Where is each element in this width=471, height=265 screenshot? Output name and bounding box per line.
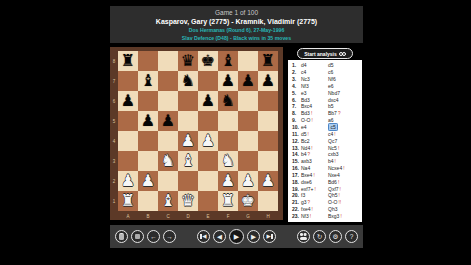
black-rook: ♜	[261, 51, 275, 71]
rotate-icon: ↻	[317, 233, 322, 241]
square-a7[interactable]	[118, 71, 138, 91]
move-white[interactable]: exf7+!	[301, 186, 328, 192]
move-number: 6.	[288, 97, 301, 103]
square-b7[interactable]: ♝	[138, 71, 158, 91]
white-bishop: ♝	[161, 191, 175, 211]
move-black[interactable]: Bxg3!	[328, 213, 362, 219]
black-pawn: ♟	[141, 111, 155, 131]
game-header: Game 1 of 100 Kasparov, Gary (2775) - Kr…	[110, 6, 363, 43]
black-king: ♚	[201, 51, 215, 71]
white-knight: ♞	[161, 151, 175, 171]
move-black[interactable]: dxc4	[328, 97, 362, 103]
square-d4[interactable]: ♟	[178, 131, 198, 151]
move-row-5: 5.e3Nbd7	[288, 89, 362, 96]
file-label-e: E	[198, 212, 218, 220]
white-rook: ♜	[121, 191, 135, 211]
black-knight: ♞	[221, 91, 235, 111]
move-row-21: 21.g3?O-O!!	[288, 199, 362, 206]
square-a2[interactable]: ♟	[118, 171, 138, 191]
square-f5[interactable]	[218, 111, 238, 131]
move-annotation: !	[340, 187, 341, 192]
step-forward-button[interactable]: ▶	[247, 230, 260, 243]
move-row-9: 9.O-O!a6	[288, 117, 362, 124]
square-e1[interactable]	[198, 191, 218, 211]
rank-label-7: 7	[110, 71, 118, 91]
toolbar-right-group: ↻ ⚙ ?	[297, 230, 358, 243]
move-white[interactable]: Nc3	[301, 76, 328, 82]
move-number: 21.	[288, 199, 301, 205]
rank-label-8: 8	[110, 51, 118, 71]
file-label-b: B	[138, 212, 158, 220]
move-row-19: 19.exf7+!Qxf7!	[288, 185, 362, 192]
square-b6[interactable]	[138, 91, 158, 111]
move-annotation: ?	[338, 111, 341, 116]
move-white[interactable]: dxe6	[301, 179, 328, 185]
move-number: 15.	[288, 158, 301, 164]
white-king: ♚	[241, 191, 255, 211]
move-white[interactable]: Nf3	[301, 83, 328, 89]
move-row-18: 18.dxe6Bd6!	[288, 178, 362, 185]
play-icon: ▶	[234, 233, 239, 241]
black-pawn: ♟	[201, 91, 215, 111]
play-button[interactable]: ▶	[229, 229, 244, 244]
move-annotation: ?	[308, 200, 311, 205]
move-white[interactable]: axb3	[301, 158, 328, 164]
move-annotation: !	[313, 173, 314, 178]
square-f6[interactable]: ♞	[218, 91, 238, 111]
move-black[interactable]: O-O!!	[328, 199, 362, 205]
white-knight: ♞	[221, 151, 235, 171]
move-annotation: !	[343, 166, 344, 171]
white-rook: ♜	[221, 191, 235, 211]
move-row-20: 20.f3Qh5!	[288, 192, 362, 199]
square-g8[interactable]	[238, 51, 258, 71]
database-icon	[119, 233, 124, 240]
right-arrow-icon: →	[166, 233, 173, 240]
square-b8[interactable]	[138, 51, 158, 71]
square-f8[interactable]: ♝	[218, 51, 238, 71]
black-bishop: ♝	[221, 51, 235, 71]
move-black[interactable]: b5	[328, 103, 362, 109]
move-annotation: !	[338, 193, 339, 198]
move-row-23: 23.Nf3!Bxg3!	[288, 213, 362, 220]
games-database-button[interactable]	[115, 230, 128, 243]
move-annotation: !	[311, 118, 312, 123]
black-bishop: ♝	[141, 71, 155, 91]
move-number: 17.	[288, 172, 301, 178]
move-annotation: !	[314, 187, 315, 192]
file-label-a: A	[118, 212, 138, 220]
move-white[interactable]: O-O!	[301, 117, 328, 123]
move-annotation: !	[311, 146, 312, 151]
move-white[interactable]: b4?	[301, 151, 328, 157]
board-grid: ♜♛♚♝♜♝♞♟♟♟♟♟♞♟♟♟♟♞♝♞♟♟♟♟♟♜♝♛♜♚	[118, 51, 278, 211]
square-e5[interactable]	[198, 111, 218, 131]
square-d8[interactable]: ♛	[178, 51, 198, 71]
square-b2[interactable]: ♟	[138, 171, 158, 191]
move-annotation: !	[340, 214, 341, 219]
black-rook: ♜	[121, 51, 135, 71]
move-white[interactable]: Nf3!	[301, 213, 328, 219]
move-white[interactable]: d4	[301, 62, 328, 68]
move-annotation: !	[311, 207, 312, 212]
move-row-15: 15.axb3b4!	[288, 158, 362, 165]
move-black[interactable]: Bb7?	[328, 110, 362, 116]
file-label-f: F	[218, 212, 238, 220]
square-b3[interactable]	[138, 151, 158, 171]
skip-to-end-button[interactable]: ▶	[263, 230, 276, 243]
square-h5[interactable]	[258, 111, 278, 131]
move-annotation: !	[308, 132, 309, 137]
rank-label-1: 1	[110, 191, 118, 211]
help-icon: ?	[350, 233, 354, 240]
move-white[interactable]: c4	[301, 69, 328, 75]
move-black[interactable]: Nbd7	[328, 90, 362, 96]
move-annotation: !	[334, 132, 335, 137]
move-white[interactable]: Nd4!	[301, 145, 328, 151]
move-annotation: !	[338, 180, 339, 185]
move-black[interactable]: Qxf7!	[328, 186, 362, 192]
square-g2[interactable]: ♟	[238, 171, 258, 191]
square-e6[interactable]: ♟	[198, 91, 218, 111]
move-white[interactable]: Bxe4!	[301, 172, 328, 178]
file-label-h: H	[258, 212, 278, 220]
square-f7[interactable]: ♟	[218, 71, 238, 91]
move-list[interactable]: 1.d4d52.c4c63.Nc3Nf64.Nf3e65.e3Nbd76.Bd3…	[288, 60, 362, 222]
move-white[interactable]: Bd3!	[301, 110, 328, 116]
square-c3[interactable]: ♞	[158, 151, 178, 171]
square-d6[interactable]	[178, 91, 198, 111]
black-pawn: ♟	[261, 71, 275, 91]
square-b1[interactable]	[138, 191, 158, 211]
square-f3[interactable]: ♞	[218, 151, 238, 171]
square-d3[interactable]: ♝	[178, 151, 198, 171]
move-white[interactable]: Bxc4	[301, 103, 328, 109]
move-black[interactable]: Bd6!	[328, 179, 362, 185]
step-back-icon: ◀	[217, 233, 222, 241]
square-g5[interactable]	[238, 111, 258, 131]
white-pawn: ♟	[241, 171, 255, 191]
move-row-4: 4.Nf3e6	[288, 83, 362, 90]
black-pawn: ♟	[121, 91, 135, 111]
move-black[interactable]: c6	[328, 69, 362, 75]
stop-icon	[135, 234, 141, 240]
square-c4[interactable]	[158, 131, 178, 151]
rank-label-4: 4	[110, 131, 118, 151]
move-black[interactable]: Nxe4	[328, 172, 362, 178]
move-number: 23.	[288, 213, 301, 219]
opening-result-line: Slav Defence (D48) - Black wins in 35 mo…	[110, 33, 363, 41]
skip-to-start-button[interactable]: ◀	[197, 230, 210, 243]
rank-label-3: 3	[110, 151, 118, 171]
move-annotation: !	[335, 159, 336, 164]
square-g3[interactable]	[238, 151, 258, 171]
move-number: 18.	[288, 179, 301, 185]
white-pawn: ♟	[141, 171, 155, 191]
square-c7[interactable]	[158, 71, 178, 91]
square-c6[interactable]	[158, 91, 178, 111]
square-a6[interactable]: ♟	[118, 91, 138, 111]
move-white[interactable]: fxe4!	[301, 206, 328, 212]
move-white[interactable]: e3	[301, 90, 328, 96]
square-g7[interactable]: ♟	[238, 71, 258, 91]
move-row-2: 2.c4c6	[288, 69, 362, 76]
move-white[interactable]: d5!	[301, 131, 328, 137]
help-button[interactable]: ?	[345, 230, 358, 243]
square-h6[interactable]	[258, 91, 278, 111]
stop-button[interactable]	[131, 230, 144, 243]
move-white[interactable]: Na4	[301, 165, 328, 171]
square-c5[interactable]: ♟	[158, 111, 178, 131]
toolbar-media-group: ◀ ◀ ▶ ▶ ▶	[197, 229, 276, 244]
rank-label-5: 5	[110, 111, 118, 131]
move-number: 14.	[288, 151, 301, 157]
move-number: 5.	[288, 90, 301, 96]
step-back-button[interactable]: ◀	[213, 230, 226, 243]
engine-icon	[339, 51, 346, 57]
move-black[interactable]: Nf6	[328, 76, 362, 82]
move-row-6: 6.Bd3dxc4	[288, 96, 362, 103]
left-arrow-icon: ←	[150, 233, 157, 240]
skip-end-icon: ▶	[266, 234, 272, 239]
file-label-d: D	[178, 212, 198, 220]
black-pawn: ♟	[221, 71, 235, 91]
square-a1[interactable]: ♜	[118, 191, 138, 211]
move-white[interactable]: Bc2	[301, 138, 328, 144]
players-title: Kasparov, Gary (2775) - Kramnik, Vladimi…	[110, 16, 363, 25]
square-d7[interactable]: ♞	[178, 71, 198, 91]
square-b5[interactable]: ♟	[138, 111, 158, 131]
square-h4[interactable]	[258, 131, 278, 151]
square-e4[interactable]: ♟	[198, 131, 218, 151]
white-pawn: ♟	[121, 171, 135, 191]
move-black[interactable]: e6	[328, 83, 362, 89]
move-row-16: 16.Na4Ncxe4!	[288, 165, 362, 172]
square-a8[interactable]: ♜	[118, 51, 138, 71]
gear-icon: ⚙	[333, 233, 339, 241]
square-h2[interactable]: ♟	[258, 171, 278, 191]
settings-button[interactable]: ⚙	[329, 230, 342, 243]
move-number: 9.	[288, 117, 301, 123]
square-e7[interactable]	[198, 71, 218, 91]
skip-start-icon: ◀	[200, 234, 206, 239]
move-number: 12.	[288, 138, 301, 144]
square-h3[interactable]	[258, 151, 278, 171]
square-c8[interactable]	[158, 51, 178, 71]
start-analysis-button[interactable]: Start analysis	[297, 48, 353, 59]
move-white[interactable]: Bd3	[301, 97, 328, 103]
move-annotation: !!	[338, 200, 341, 205]
move-black[interactable]: Qc7	[328, 138, 362, 144]
square-a3[interactable]	[118, 151, 138, 171]
move-number: 1.	[288, 62, 301, 68]
move-number: 16.	[288, 165, 301, 171]
move-number: 13.	[288, 145, 301, 151]
square-g6[interactable]	[238, 91, 258, 111]
black-queen: ♛	[181, 51, 195, 71]
move-annotation: !	[310, 214, 311, 219]
toolbar: ← → ◀ ◀ ▶ ▶ ▶	[110, 225, 363, 248]
move-row-22: 22.fxe4!Qh3	[288, 206, 362, 213]
flip-board-button[interactable]: ↻	[313, 230, 326, 243]
white-queen: ♛	[181, 191, 195, 211]
move-number: 2.	[288, 69, 301, 75]
move-annotation: ?	[308, 152, 311, 157]
move-number: 4.	[288, 83, 301, 89]
move-annotation: !	[311, 111, 312, 116]
square-h8[interactable]: ♜	[258, 51, 278, 71]
move-row-1: 1.d4d5	[288, 62, 362, 69]
square-f1[interactable]: ♜	[218, 191, 238, 211]
white-pawn: ♟	[261, 171, 275, 191]
move-white[interactable]: e4	[301, 124, 328, 130]
move-black[interactable]: b4!	[328, 158, 362, 164]
previous-game-button[interactable]: ←	[147, 230, 160, 243]
move-number: 7.	[288, 103, 301, 109]
move-row-8: 8.Bd3!Bb7?	[288, 110, 362, 117]
move-black[interactable]: Qh5!	[328, 192, 362, 198]
square-e8[interactable]: ♚	[198, 51, 218, 71]
move-black[interactable]: Ncxe4!	[328, 165, 362, 171]
rank-label-6: 6	[110, 91, 118, 111]
file-label-c: C	[158, 212, 178, 220]
step-forward-icon: ▶	[251, 233, 256, 241]
move-black[interactable]: c4!	[328, 131, 362, 137]
square-d1[interactable]: ♛	[178, 191, 198, 211]
move-black[interactable]: c5	[328, 124, 362, 130]
white-pawn: ♟	[201, 131, 215, 151]
file-label-g: G	[238, 212, 258, 220]
square-d2[interactable]	[178, 171, 198, 191]
app-window: Game 1 of 100 Kasparov, Gary (2775) - Kr…	[0, 0, 471, 265]
rank-label-2: 2	[110, 171, 118, 191]
square-a4[interactable]	[118, 131, 138, 151]
move-white[interactable]: g3?	[301, 199, 328, 205]
move-white[interactable]: f3	[301, 192, 328, 198]
move-row-3: 3.Nc3Nf6	[288, 76, 362, 83]
toolbar-left-group: ← →	[115, 230, 176, 243]
move-black[interactable]: d5	[328, 62, 362, 68]
square-f2[interactable]: ♟	[218, 171, 238, 191]
black-knight: ♞	[181, 71, 195, 91]
move-row-13: 13.Nd4!Nc5!	[288, 144, 362, 151]
move-black[interactable]: Nc5!	[328, 145, 362, 151]
white-pawn: ♟	[221, 171, 235, 191]
move-number: 20.	[288, 192, 301, 198]
square-b4[interactable]	[138, 131, 158, 151]
square-a5[interactable]	[118, 111, 138, 131]
square-h1[interactable]	[258, 191, 278, 211]
move-number: 10.	[288, 124, 301, 130]
chess-board: 87654321 ♜♛♚♝♜♝♞♟♟♟♟♟♞♟♟♟♟♞♝♞♟♟♟♟♟♜♝♛♜♚ …	[110, 47, 283, 220]
square-c1[interactable]: ♝	[158, 191, 178, 211]
move-number: 8.	[288, 110, 301, 116]
next-game-button[interactable]: →	[163, 230, 176, 243]
move-number: 3.	[288, 76, 301, 82]
players-button[interactable]	[297, 230, 310, 243]
black-pawn: ♟	[161, 111, 175, 131]
move-annotation: !	[338, 146, 339, 151]
move-row-17: 17.Bxe4!Nxe4	[288, 172, 362, 179]
move-number: 22.	[288, 206, 301, 212]
move-number: 19.	[288, 186, 301, 192]
square-g1[interactable]: ♚	[238, 191, 258, 211]
move-row-7: 7.Bxc4b5	[288, 103, 362, 110]
square-g4[interactable]	[238, 131, 258, 151]
square-d5[interactable]	[178, 111, 198, 131]
square-c2[interactable]	[158, 171, 178, 191]
square-e3[interactable]	[198, 151, 218, 171]
move-row-11: 11.d5!c4!	[288, 130, 362, 137]
start-analysis-label: Start analysis	[304, 51, 337, 57]
move-row-14: 14.b4?cxb3	[288, 151, 362, 158]
move-black[interactable]: Qh3	[328, 206, 362, 212]
white-pawn: ♟	[181, 131, 195, 151]
square-f4[interactable]	[218, 131, 238, 151]
white-bishop: ♝	[181, 151, 195, 171]
move-row-10: 10.e4c5	[288, 124, 362, 131]
move-row-12: 12.Bc2Qc7	[288, 137, 362, 144]
game-index: Game 1 of 100	[110, 6, 363, 16]
event-line: Dos Hermanas (Round 6), 27-May-1996	[110, 25, 363, 33]
people-icon	[300, 233, 308, 239]
square-e2[interactable]	[198, 171, 218, 191]
move-number: 11.	[288, 131, 301, 137]
move-black[interactable]: cxb3	[328, 151, 362, 157]
black-pawn: ♟	[241, 71, 255, 91]
square-h7[interactable]: ♟	[258, 71, 278, 91]
